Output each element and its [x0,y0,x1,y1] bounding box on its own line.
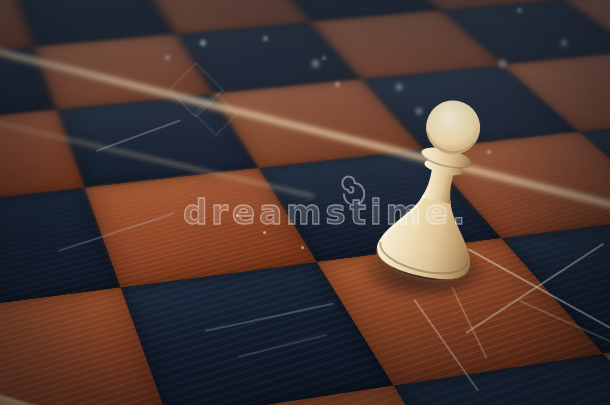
white-pawn: ♙ [368,96,498,288]
chessboard-blur-far [0,0,610,405]
white-pawn-figure [368,96,498,288]
chessboard-photo: ♙ dreamstime. [0,0,610,405]
